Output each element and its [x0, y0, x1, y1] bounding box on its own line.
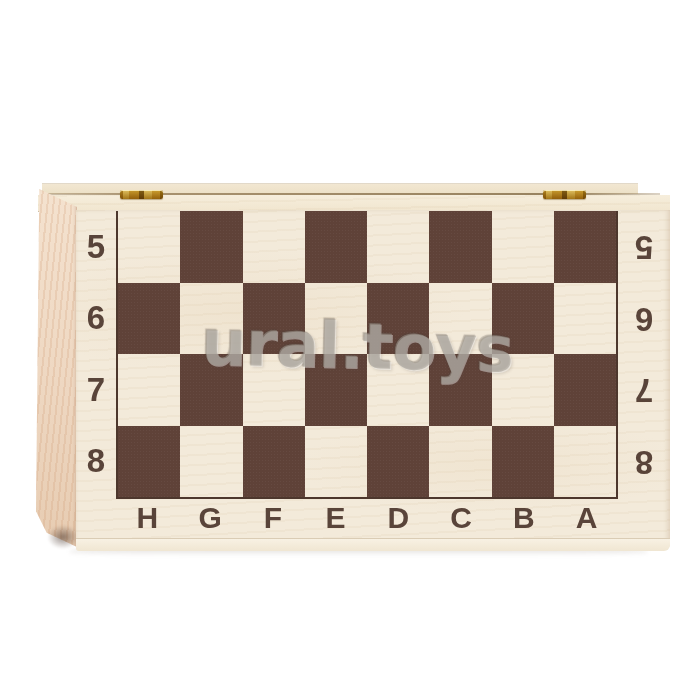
- square-c7: [429, 354, 491, 426]
- square-h5: [118, 211, 180, 283]
- rank-label-mirrored-8: 8: [618, 426, 670, 498]
- rank-labels-right: 5678: [618, 211, 670, 497]
- square-f5: [243, 211, 305, 283]
- square-g8: [180, 426, 242, 498]
- file-label-h: H: [116, 500, 179, 536]
- square-d6: [367, 283, 429, 355]
- file-label-g: G: [179, 500, 242, 536]
- hinge-icon: [543, 190, 586, 199]
- square-b7: [492, 354, 554, 426]
- square-h7: [118, 354, 180, 426]
- square-g6: [180, 283, 242, 355]
- square-f7: [243, 354, 305, 426]
- chess-board: [116, 211, 618, 499]
- square-g5: [180, 211, 242, 283]
- file-label-f: F: [242, 500, 305, 536]
- product-photo: 5678 5678 HGFEDCBA ural.toys: [0, 0, 700, 700]
- square-a6: [554, 283, 616, 355]
- square-c6: [429, 283, 491, 355]
- square-d5: [367, 211, 429, 283]
- square-a5: [554, 211, 616, 283]
- square-b6: [492, 283, 554, 355]
- rank-label-5: 5: [76, 211, 116, 283]
- file-label-b: B: [493, 500, 556, 536]
- square-c8: [429, 426, 491, 498]
- rank-label-6: 6: [76, 283, 116, 355]
- file-label-a: A: [555, 500, 618, 536]
- square-a8: [554, 426, 616, 498]
- square-d7: [367, 354, 429, 426]
- rank-label-mirrored-6: 6: [618, 283, 670, 355]
- square-e5: [305, 211, 367, 283]
- square-b8: [492, 426, 554, 498]
- square-f6: [243, 283, 305, 355]
- square-f8: [243, 426, 305, 498]
- square-c5: [429, 211, 491, 283]
- square-e8: [305, 426, 367, 498]
- file-labels: HGFEDCBA: [116, 500, 618, 536]
- square-a7: [554, 354, 616, 426]
- file-label-d: D: [367, 500, 430, 536]
- square-b5: [492, 211, 554, 283]
- rank-label-8: 8: [76, 426, 116, 498]
- file-label-e: E: [304, 500, 367, 536]
- rank-labels-left: 5678: [76, 211, 116, 497]
- hinge-icon: [120, 190, 163, 199]
- square-e7: [305, 354, 367, 426]
- board-face: 5678 5678 HGFEDCBA: [76, 210, 670, 550]
- rank-label-mirrored-5: 5: [618, 211, 670, 283]
- rank-label-7: 7: [76, 354, 116, 426]
- box-left-side: [36, 189, 77, 547]
- square-d8: [367, 426, 429, 498]
- file-label-c: C: [430, 500, 493, 536]
- rank-label-mirrored-7: 7: [618, 354, 670, 426]
- box-bottom-edge: [76, 538, 670, 551]
- square-h6: [118, 283, 180, 355]
- square-e6: [305, 283, 367, 355]
- square-g7: [180, 354, 242, 426]
- square-h8: [118, 426, 180, 498]
